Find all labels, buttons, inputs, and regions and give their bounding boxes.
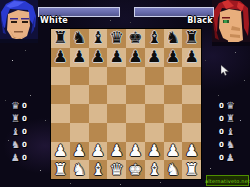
knight-icon: ♞ — [11, 140, 20, 150]
square-d5[interactable] — [107, 85, 126, 104]
white-piece: ♛ — [109, 162, 123, 178]
square-a2[interactable]: ♟ — [51, 142, 70, 161]
knight-count: 0 — [219, 141, 224, 149]
black-piece: ♜ — [53, 30, 67, 46]
game-window: White Black ♜♞♝♛♚♝♞♜♟♟♟♟♟♟♟♟♟♟♟♟♟♟♟♟♜♞♝♛… — [0, 0, 250, 187]
square-a3[interactable] — [51, 123, 70, 142]
square-h2[interactable]: ♟ — [182, 142, 201, 161]
black-player-label: Black — [187, 16, 213, 25]
square-e6[interactable] — [126, 67, 145, 86]
bishop-count: 0 — [22, 128, 27, 136]
square-d6[interactable] — [107, 67, 126, 86]
white-piece: ♟ — [128, 143, 142, 159]
rook-icon: ♜ — [11, 114, 20, 124]
black-piece: ♟ — [184, 49, 198, 65]
white-piece: ♟ — [91, 143, 105, 159]
pawn-count: 0 — [219, 154, 224, 162]
square-e5[interactable] — [126, 85, 145, 104]
mouse-cursor-icon — [221, 61, 230, 80]
watermark-badge: alternativeto.net — [206, 175, 249, 186]
knight-count: 0 — [22, 141, 27, 149]
black-piece: ♟ — [91, 49, 105, 65]
square-h1[interactable]: ♜ — [182, 160, 201, 179]
square-c3[interactable] — [89, 123, 108, 142]
queen-count: 0 — [219, 102, 224, 110]
square-g8[interactable]: ♞ — [164, 29, 183, 48]
square-h6[interactable] — [182, 67, 201, 86]
square-h5[interactable] — [182, 85, 201, 104]
square-h7[interactable]: ♟ — [182, 48, 201, 67]
square-d2[interactable]: ♟ — [107, 142, 126, 161]
square-b4[interactable] — [70, 104, 89, 123]
black-piece: ♟ — [72, 49, 86, 65]
tray-row-rook: ♜ 0 — [11, 113, 27, 125]
square-d8[interactable]: ♛ — [107, 29, 126, 48]
chess-board: ♜♞♝♛♚♝♞♜♟♟♟♟♟♟♟♟♟♟♟♟♟♟♟♟♜♞♝♛♚♝♞♜ — [50, 28, 202, 180]
square-h3[interactable] — [182, 123, 201, 142]
square-a6[interactable] — [51, 67, 70, 86]
black-piece: ♝ — [91, 30, 105, 46]
white-piece: ♞ — [166, 162, 180, 178]
black-piece: ♟ — [53, 49, 67, 65]
square-c6[interactable] — [89, 67, 108, 86]
square-f6[interactable] — [145, 67, 164, 86]
black-piece: ♞ — [166, 30, 180, 46]
black-piece: ♟ — [166, 49, 180, 65]
square-c8[interactable]: ♝ — [89, 29, 108, 48]
white-piece: ♟ — [166, 143, 180, 159]
rook-count: 0 — [219, 115, 224, 123]
white-piece: ♝ — [147, 162, 161, 178]
square-f8[interactable]: ♝ — [145, 29, 164, 48]
square-d1[interactable]: ♛ — [107, 160, 126, 179]
square-b6[interactable] — [70, 67, 89, 86]
square-c5[interactable] — [89, 85, 108, 104]
white-piece: ♟ — [109, 143, 123, 159]
bishop-icon: ♝ — [11, 127, 20, 137]
square-c7[interactable]: ♟ — [89, 48, 108, 67]
square-e1[interactable]: ♚ — [126, 160, 145, 179]
tray-row-pawn: ♟ 0 — [11, 152, 27, 164]
square-d3[interactable] — [107, 123, 126, 142]
square-g7[interactable]: ♟ — [164, 48, 183, 67]
square-c1[interactable]: ♝ — [89, 160, 108, 179]
black-piece: ♝ — [147, 30, 161, 46]
white-piece: ♟ — [147, 143, 161, 159]
square-a7[interactable]: ♟ — [51, 48, 70, 67]
square-g5[interactable] — [164, 85, 183, 104]
square-a4[interactable] — [51, 104, 70, 123]
square-d7[interactable]: ♟ — [107, 48, 126, 67]
watermark-text: alternativeto.net — [205, 178, 250, 184]
tray-row-queen: 0 ♛ — [219, 100, 235, 112]
bishop-count: 0 — [219, 128, 224, 136]
square-b2[interactable]: ♟ — [70, 142, 89, 161]
square-f1[interactable]: ♝ — [145, 160, 164, 179]
square-b3[interactable] — [70, 123, 89, 142]
square-h8[interactable]: ♜ — [182, 29, 201, 48]
white-piece: ♟ — [184, 143, 198, 159]
square-b5[interactable] — [70, 85, 89, 104]
white-piece: ♚ — [128, 162, 142, 178]
square-g3[interactable] — [164, 123, 183, 142]
black-piece: ♟ — [147, 49, 161, 65]
white-player-label: White — [40, 16, 68, 25]
square-g4[interactable] — [164, 104, 183, 123]
square-b7[interactable]: ♟ — [70, 48, 89, 67]
square-g2[interactable]: ♟ — [164, 142, 183, 161]
white-piece: ♜ — [184, 162, 198, 178]
square-b1[interactable]: ♞ — [70, 160, 89, 179]
black-piece: ♚ — [128, 30, 142, 46]
black-captured-tray: 0 ♛ 0 ♜ 0 ♝ 0 ♞ 0 ♟ — [219, 100, 235, 164]
tray-row-knight: ♞ 0 — [11, 139, 27, 151]
white-piece: ♟ — [53, 143, 67, 159]
square-g6[interactable] — [164, 67, 183, 86]
square-f2[interactable]: ♟ — [145, 142, 164, 161]
tray-row-knight: 0 ♞ — [219, 139, 235, 151]
white-piece: ♝ — [91, 162, 105, 178]
black-piece: ♟ — [109, 49, 123, 65]
black-piece: ♞ — [72, 30, 86, 46]
square-c4[interactable] — [89, 104, 108, 123]
square-e4[interactable] — [126, 104, 145, 123]
square-e2[interactable]: ♟ — [126, 142, 145, 161]
square-e3[interactable] — [126, 123, 145, 142]
square-f4[interactable] — [145, 104, 164, 123]
white-piece: ♜ — [53, 162, 67, 178]
bishop-icon: ♝ — [226, 127, 235, 137]
white-piece: ♟ — [72, 143, 86, 159]
queen-count: 0 — [22, 102, 27, 110]
black-piece: ♜ — [184, 30, 198, 46]
square-e7[interactable]: ♟ — [126, 48, 145, 67]
tray-row-rook: 0 ♜ — [219, 113, 235, 125]
tray-row-bishop: 0 ♝ — [219, 126, 235, 138]
square-d4[interactable] — [107, 104, 126, 123]
square-h4[interactable] — [182, 104, 201, 123]
black-piece: ♛ — [109, 30, 123, 46]
square-a8[interactable]: ♜ — [51, 29, 70, 48]
square-a5[interactable] — [51, 85, 70, 104]
square-f5[interactable] — [145, 85, 164, 104]
black-piece: ♟ — [128, 49, 142, 65]
queen-icon: ♛ — [226, 101, 235, 111]
square-f7[interactable]: ♟ — [145, 48, 164, 67]
pawn-count: 0 — [22, 154, 27, 162]
queen-icon: ♛ — [11, 101, 20, 111]
tray-row-pawn: 0 ♟ — [219, 152, 235, 164]
square-f3[interactable] — [145, 123, 164, 142]
rook-count: 0 — [22, 115, 27, 123]
tray-row-bishop: ♝ 0 — [11, 126, 27, 138]
square-c2[interactable]: ♟ — [89, 142, 108, 161]
white-piece: ♞ — [72, 162, 86, 178]
black-player-avatar — [212, 0, 250, 50]
tray-row-queen: ♛ 0 — [11, 100, 27, 112]
rook-icon: ♜ — [226, 114, 235, 124]
white-captured-tray: ♛ 0 ♜ 0 ♝ 0 ♞ 0 ♟ 0 — [11, 100, 27, 164]
square-a1[interactable]: ♜ — [51, 160, 70, 179]
pawn-icon: ♟ — [226, 153, 235, 163]
square-e8[interactable]: ♚ — [126, 29, 145, 48]
square-g1[interactable]: ♞ — [164, 160, 183, 179]
square-b8[interactable]: ♞ — [70, 29, 89, 48]
white-player-avatar — [0, 0, 38, 47]
knight-icon: ♞ — [226, 140, 235, 150]
pawn-icon: ♟ — [11, 153, 20, 163]
